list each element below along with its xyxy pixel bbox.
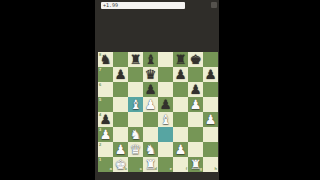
black-bishop[interactable]: ♝ xyxy=(143,52,158,67)
black-pawn[interactable]: ♟ xyxy=(113,67,128,82)
black-rook[interactable]: ♜ xyxy=(173,52,188,67)
square-a4[interactable]: 4♟ xyxy=(98,112,113,127)
square-f1[interactable]: f xyxy=(173,157,188,172)
file-label-a: a xyxy=(110,167,112,171)
square-a7[interactable]: 7 xyxy=(98,67,113,82)
square-f5[interactable] xyxy=(173,97,188,112)
square-h1[interactable]: h xyxy=(203,157,218,172)
square-d1[interactable]: d♜ xyxy=(143,157,158,172)
square-e3[interactable] xyxy=(158,127,173,142)
rank-label-4: 4 xyxy=(99,113,101,117)
black-rook[interactable]: ♜ xyxy=(128,52,143,67)
square-g8[interactable]: ♚ xyxy=(188,52,203,67)
rank-label-6: 6 xyxy=(99,83,101,87)
menu-icon[interactable] xyxy=(211,2,217,8)
square-h4[interactable]: ♟ xyxy=(203,112,218,127)
file-label-h: h xyxy=(215,167,217,171)
black-pawn[interactable]: ♟ xyxy=(158,97,173,112)
square-b6[interactable] xyxy=(113,82,128,97)
square-f6[interactable] xyxy=(173,82,188,97)
file-label-f: f xyxy=(186,167,187,171)
eval-text-field[interactable]: +1.99 xyxy=(101,2,185,9)
white-queen[interactable]: ♛ xyxy=(128,142,143,157)
white-pawn[interactable]: ♟ xyxy=(203,112,218,127)
square-d5[interactable]: ♟ xyxy=(143,97,158,112)
square-b1[interactable]: b♚ xyxy=(113,157,128,172)
rank-label-7: 7 xyxy=(99,68,101,72)
square-c8[interactable]: ♜ xyxy=(128,52,143,67)
square-e1[interactable]: e xyxy=(158,157,173,172)
black-queen[interactable]: ♛ xyxy=(143,67,158,82)
square-a8[interactable]: 8♞ xyxy=(98,52,113,67)
white-pawn[interactable]: ♟ xyxy=(188,97,203,112)
square-h8[interactable] xyxy=(203,52,218,67)
square-a5[interactable]: 5 xyxy=(98,97,113,112)
square-f7[interactable]: ♟ xyxy=(173,67,188,82)
square-c1[interactable]: c xyxy=(128,157,143,172)
square-g1[interactable]: g♜ xyxy=(188,157,203,172)
white-pawn[interactable]: ♟ xyxy=(173,142,188,157)
file-label-d: d xyxy=(155,167,157,171)
black-pawn[interactable]: ♟ xyxy=(203,67,218,82)
square-g6[interactable]: ♟ xyxy=(188,82,203,97)
square-e5[interactable]: ♟ xyxy=(158,97,173,112)
square-d2[interactable]: ♞ xyxy=(143,142,158,157)
square-c6[interactable] xyxy=(128,82,143,97)
black-pawn[interactable]: ♟ xyxy=(173,67,188,82)
square-d8[interactable]: ♝ xyxy=(143,52,158,67)
chess-board: 8♞♜♝♜♚7♟♛♟♟6♟♟5♝♟♟♟4♟♝♟3♟♞2♟♛♞♟1ab♚cd♜ef… xyxy=(98,52,218,172)
rank-label-1: 1 xyxy=(99,158,101,162)
square-g4[interactable] xyxy=(188,112,203,127)
square-a3[interactable]: 3♟ xyxy=(98,127,113,142)
square-f2[interactable]: ♟ xyxy=(173,142,188,157)
square-b4[interactable] xyxy=(113,112,128,127)
white-pawn[interactable]: ♟ xyxy=(113,142,128,157)
black-pawn[interactable]: ♟ xyxy=(143,82,158,97)
square-c4[interactable] xyxy=(128,112,143,127)
square-c2[interactable]: ♛ xyxy=(128,142,143,157)
black-pawn[interactable]: ♟ xyxy=(188,82,203,97)
square-b7[interactable]: ♟ xyxy=(113,67,128,82)
square-e2[interactable] xyxy=(158,142,173,157)
square-d7[interactable]: ♛ xyxy=(143,67,158,82)
file-label-c: c xyxy=(140,167,142,171)
square-h5[interactable] xyxy=(203,97,218,112)
square-f3[interactable] xyxy=(173,127,188,142)
square-f8[interactable]: ♜ xyxy=(173,52,188,67)
white-bishop[interactable]: ♝ xyxy=(158,112,173,127)
square-g3[interactable] xyxy=(188,127,203,142)
file-label-e: e xyxy=(170,167,172,171)
square-c7[interactable] xyxy=(128,67,143,82)
square-b8[interactable] xyxy=(113,52,128,67)
black-king[interactable]: ♚ xyxy=(188,52,203,67)
square-b2[interactable]: ♟ xyxy=(113,142,128,157)
square-g5[interactable]: ♟ xyxy=(188,97,203,112)
square-a2[interactable]: 2 xyxy=(98,142,113,157)
screen: { "game": "chess", "position": "n1rb1rk1… xyxy=(0,0,320,180)
file-label-g: g xyxy=(200,167,202,171)
square-h7[interactable]: ♟ xyxy=(203,67,218,82)
square-e6[interactable] xyxy=(158,82,173,97)
square-d6[interactable]: ♟ xyxy=(143,82,158,97)
rank-label-8: 8 xyxy=(99,53,101,57)
square-b3[interactable] xyxy=(113,127,128,142)
square-d4[interactable] xyxy=(143,112,158,127)
square-c3[interactable]: ♞ xyxy=(128,127,143,142)
square-g2[interactable] xyxy=(188,142,203,157)
white-knight[interactable]: ♞ xyxy=(143,142,158,157)
square-a6[interactable]: 6 xyxy=(98,82,113,97)
square-e7[interactable] xyxy=(158,67,173,82)
file-label-b: b xyxy=(125,167,127,171)
square-f4[interactable] xyxy=(173,112,188,127)
square-h3[interactable] xyxy=(203,127,218,142)
square-c5[interactable]: ♝ xyxy=(128,97,143,112)
square-h2[interactable] xyxy=(203,142,218,157)
square-a1[interactable]: 1a xyxy=(98,157,113,172)
square-b5[interactable] xyxy=(113,97,128,112)
top-bar: +1.99 xyxy=(95,0,219,11)
square-h6[interactable] xyxy=(203,82,218,97)
white-bishop[interactable]: ♝ xyxy=(128,97,143,112)
square-d3[interactable] xyxy=(143,127,158,142)
rank-label-5: 5 xyxy=(99,98,101,102)
square-g7[interactable] xyxy=(188,67,203,82)
rank-label-2: 2 xyxy=(99,143,101,147)
white-pawn[interactable]: ♟ xyxy=(143,97,158,112)
square-e4[interactable]: ♝ xyxy=(158,112,173,127)
white-knight[interactable]: ♞ xyxy=(128,127,143,142)
square-e8[interactable] xyxy=(158,52,173,67)
rank-label-3: 3 xyxy=(99,128,101,132)
